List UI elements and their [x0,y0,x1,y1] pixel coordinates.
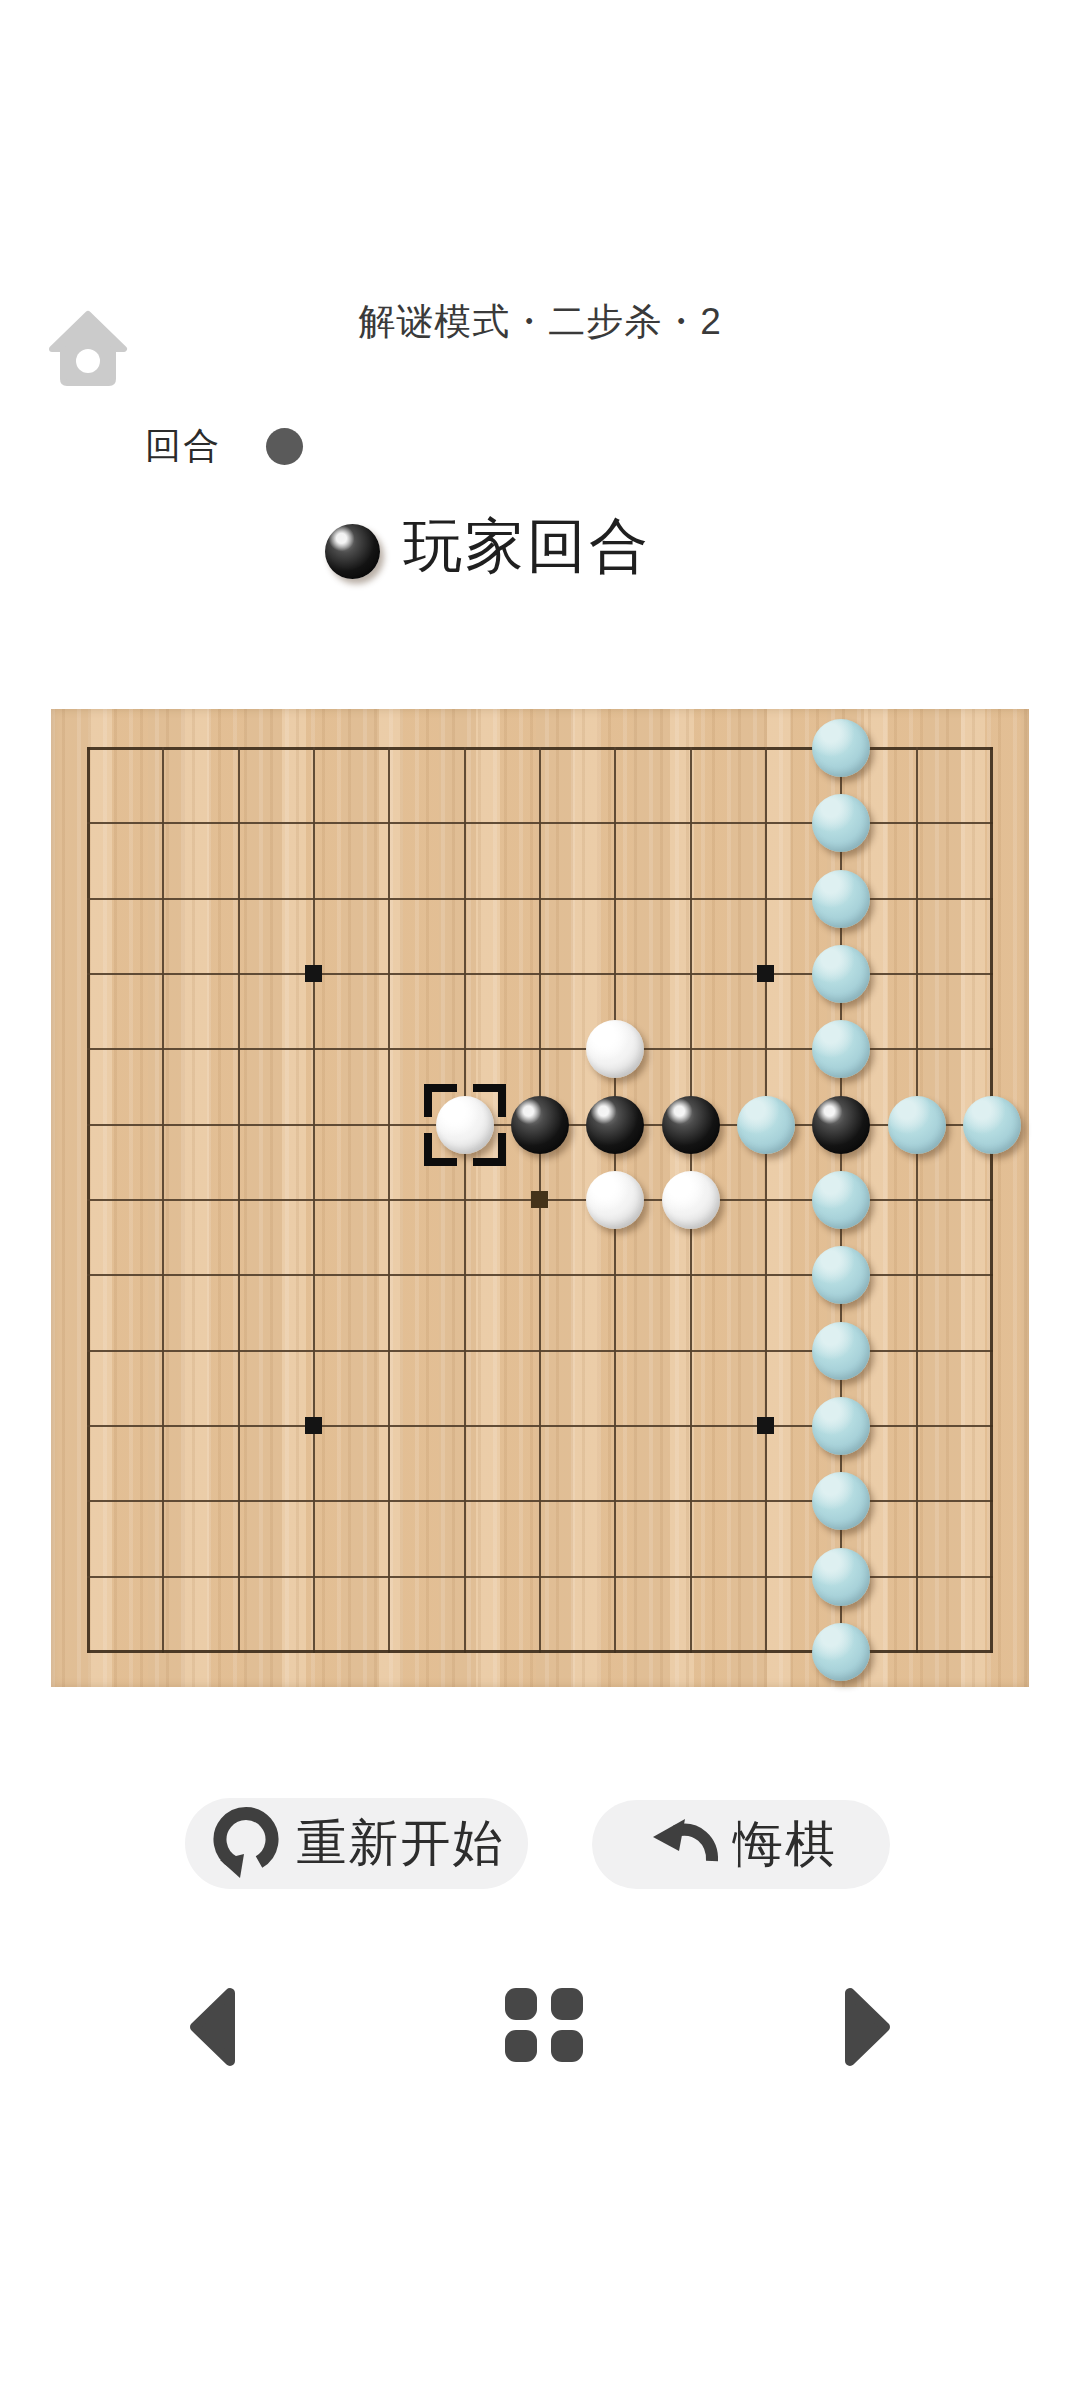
star-point [305,965,322,982]
stone-blue [812,1397,870,1455]
selection-brackets [424,1084,506,1166]
grid-line-v [916,747,918,1654]
stone-blue [812,1548,870,1606]
restart-label: 重新开始 [297,1810,505,1877]
gomoku-board[interactable] [51,709,1029,1687]
undo-icon [645,1817,721,1872]
star-point [757,1417,774,1434]
left-arrow-icon [184,2060,242,2075]
grid-line-v [765,747,767,1654]
stone-white [586,1020,644,1078]
grid-line-v [990,747,993,1654]
stone-blue [812,1020,870,1078]
selection-corner-tr [473,1084,506,1117]
undo-label: 悔棋 [733,1811,837,1878]
stone-blue [812,1171,870,1229]
turn-label: 回合 [145,422,221,471]
selection-corner-br [473,1133,506,1166]
player-turn-text: 玩家回合 [403,513,651,579]
selection-corner-bl [424,1133,457,1166]
restart-icon [209,1805,283,1882]
page-title: 解谜模式・二步杀・2 [0,300,1080,344]
right-arrow-icon [838,2060,896,2075]
stone-black [586,1096,644,1154]
selection-corner-tl [424,1084,457,1117]
stone-white [662,1171,720,1229]
stone-blue [737,1096,795,1154]
stone-blue [963,1096,1021,1154]
stone-blue [812,870,870,928]
stone-blue [812,1472,870,1530]
turn-color-dot [266,428,303,465]
stone-blue [812,1246,870,1304]
center-point-marker [531,1191,548,1208]
stone-black [511,1096,569,1154]
stone-black [812,1096,870,1154]
level-select-button[interactable] [503,1986,585,2062]
undo-button[interactable]: 悔棋 [592,1800,890,1889]
restart-button[interactable]: 重新开始 [185,1798,528,1889]
prev-level-button[interactable] [184,1982,242,2072]
stone-blue [812,794,870,852]
star-point [305,1417,322,1434]
next-level-button[interactable] [838,1982,896,2072]
home-icon [44,380,132,395]
stone-blue [812,1623,870,1681]
player-black-stone [325,524,380,579]
stone-white [586,1171,644,1229]
stone-blue [888,1096,946,1154]
turn-strip: 回合 [145,424,303,468]
star-point [757,965,774,982]
grid-icon [503,2050,585,2065]
stone-blue [812,719,870,777]
stone-black [662,1096,720,1154]
stone-blue [812,1322,870,1380]
stone-blue [812,945,870,1003]
